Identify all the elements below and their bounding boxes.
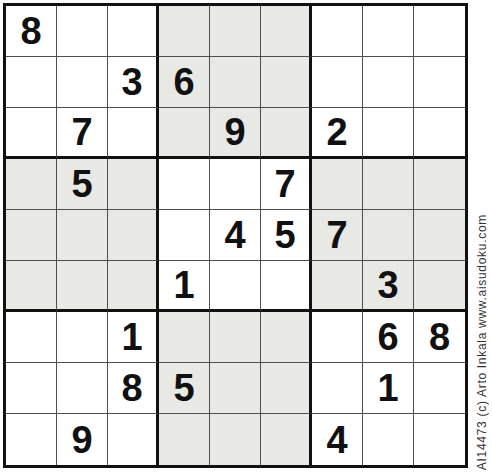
cell-r2c1[interactable] — [6, 57, 57, 108]
cell-r6c1[interactable] — [6, 261, 57, 312]
cell-r9c3[interactable] — [108, 414, 159, 465]
cell-r4c8[interactable] — [363, 159, 414, 210]
cell-r9c7: 4 — [312, 414, 363, 465]
cell-r1c6[interactable] — [261, 6, 312, 57]
cell-r4c4[interactable] — [159, 159, 210, 210]
cell-r8c2[interactable] — [57, 363, 108, 414]
cell-r7c7[interactable] — [312, 312, 363, 363]
cell-r5c6: 5 — [261, 210, 312, 261]
cell-r9c4[interactable] — [159, 414, 210, 465]
cell-r6c7[interactable] — [312, 261, 363, 312]
cell-r9c1[interactable] — [6, 414, 57, 465]
cell-r4c9[interactable] — [414, 159, 465, 210]
cell-r4c7[interactable] — [312, 159, 363, 210]
cell-r4c3[interactable] — [108, 159, 159, 210]
cell-r3c2: 7 — [57, 108, 108, 159]
cell-r1c1: 8 — [6, 6, 57, 57]
cell-r6c6[interactable] — [261, 261, 312, 312]
cell-r8c8: 1 — [363, 363, 414, 414]
cell-r7c4[interactable] — [159, 312, 210, 363]
cell-r5c2[interactable] — [57, 210, 108, 261]
cell-r2c4: 6 — [159, 57, 210, 108]
cell-r7c1[interactable] — [6, 312, 57, 363]
cell-r6c2[interactable] — [57, 261, 108, 312]
cell-r3c1[interactable] — [6, 108, 57, 159]
cell-r7c2[interactable] — [57, 312, 108, 363]
sudoku-page: 836792574571316885194 AI14473 (c) Arto I… — [0, 0, 492, 475]
cell-r1c3[interactable] — [108, 6, 159, 57]
copyright-credit: AI14473 (c) Arto Inkala www.aisudoku.com — [475, 214, 489, 470]
cell-r6c5[interactable] — [210, 261, 261, 312]
cell-r1c2[interactable] — [57, 6, 108, 57]
cell-r6c8: 3 — [363, 261, 414, 312]
cell-r1c9[interactable] — [414, 6, 465, 57]
cell-r2c9[interactable] — [414, 57, 465, 108]
cell-r2c8[interactable] — [363, 57, 414, 108]
cell-r3c7: 2 — [312, 108, 363, 159]
cell-r8c9[interactable] — [414, 363, 465, 414]
cell-r4c2: 5 — [57, 159, 108, 210]
cell-r5c4[interactable] — [159, 210, 210, 261]
cell-r5c3[interactable] — [108, 210, 159, 261]
cell-r6c3[interactable] — [108, 261, 159, 312]
cell-r2c7[interactable] — [312, 57, 363, 108]
cell-r8c1[interactable] — [6, 363, 57, 414]
cell-r2c6[interactable] — [261, 57, 312, 108]
cell-r7c5[interactable] — [210, 312, 261, 363]
cell-r8c3: 8 — [108, 363, 159, 414]
cell-r9c5[interactable] — [210, 414, 261, 465]
cell-r3c8[interactable] — [363, 108, 414, 159]
cell-r6c9[interactable] — [414, 261, 465, 312]
cell-r5c9[interactable] — [414, 210, 465, 261]
cell-r5c8[interactable] — [363, 210, 414, 261]
cell-r6c4: 1 — [159, 261, 210, 312]
cell-r7c3: 1 — [108, 312, 159, 363]
cell-r7c6[interactable] — [261, 312, 312, 363]
cell-r9c8[interactable] — [363, 414, 414, 465]
cell-r3c9[interactable] — [414, 108, 465, 159]
cell-r7c9: 8 — [414, 312, 465, 363]
cell-r7c8: 6 — [363, 312, 414, 363]
cell-r2c2[interactable] — [57, 57, 108, 108]
cell-r8c6[interactable] — [261, 363, 312, 414]
cell-r9c9[interactable] — [414, 414, 465, 465]
cell-r4c6: 7 — [261, 159, 312, 210]
cell-r5c1[interactable] — [6, 210, 57, 261]
sudoku-grid: 836792574571316885194 — [3, 3, 468, 468]
cell-r3c5: 9 — [210, 108, 261, 159]
cell-r4c1[interactable] — [6, 159, 57, 210]
cell-r3c6[interactable] — [261, 108, 312, 159]
cell-r8c4: 5 — [159, 363, 210, 414]
cell-r5c5: 4 — [210, 210, 261, 261]
cell-r1c7[interactable] — [312, 6, 363, 57]
cell-r9c2: 9 — [57, 414, 108, 465]
cell-r4c5[interactable] — [210, 159, 261, 210]
cell-r3c4[interactable] — [159, 108, 210, 159]
cell-r9c6[interactable] — [261, 414, 312, 465]
cell-r8c5[interactable] — [210, 363, 261, 414]
cell-r2c3: 3 — [108, 57, 159, 108]
cell-r3c3[interactable] — [108, 108, 159, 159]
cell-r2c5[interactable] — [210, 57, 261, 108]
cell-r1c8[interactable] — [363, 6, 414, 57]
cell-r1c5[interactable] — [210, 6, 261, 57]
cell-r8c7[interactable] — [312, 363, 363, 414]
cell-r5c7: 7 — [312, 210, 363, 261]
cell-r1c4[interactable] — [159, 6, 210, 57]
